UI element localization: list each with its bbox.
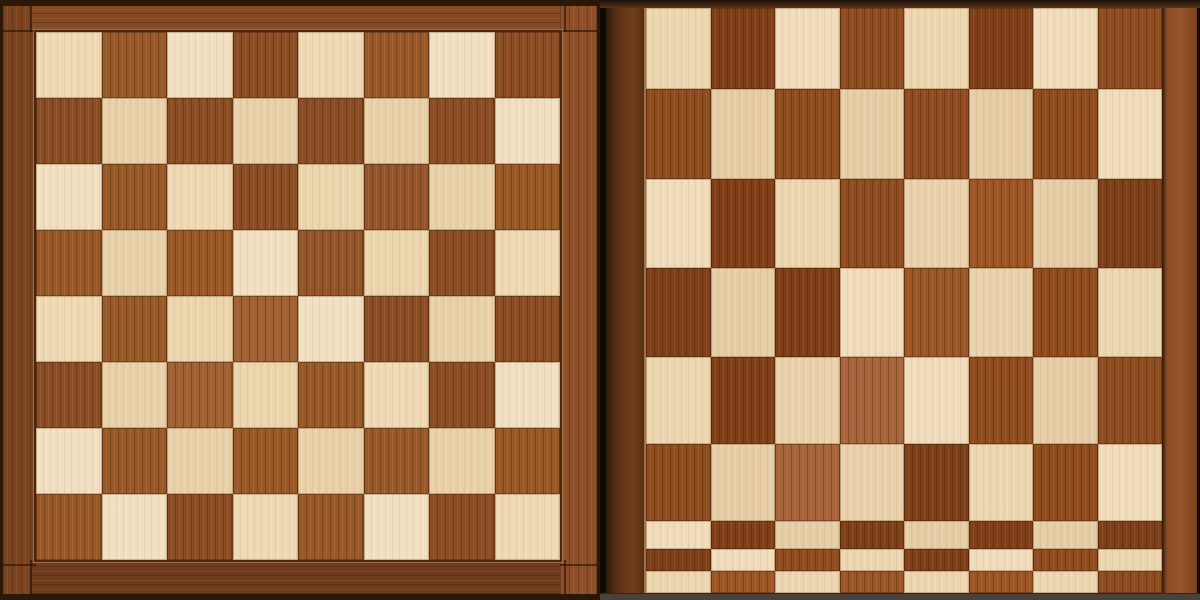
square [775,89,840,179]
frame-groove [564,6,566,32]
square [1098,268,1163,357]
square [233,230,299,296]
square [167,164,233,230]
square [1098,571,1163,593]
square [1033,571,1098,593]
square [969,8,1034,89]
square [775,444,840,521]
square [646,571,711,593]
square [364,230,430,296]
square [840,444,905,521]
square [969,179,1034,268]
square [1098,357,1163,444]
square [646,444,711,521]
square [102,98,168,164]
square [364,296,430,362]
square [646,89,711,179]
square [775,521,840,549]
square [298,296,364,362]
square [904,521,969,549]
square [167,362,233,428]
left-board-photo [0,0,600,600]
square [646,179,711,268]
square [775,549,840,571]
square [711,444,776,521]
square [646,549,711,571]
square [1098,8,1163,89]
square [840,549,905,571]
square [1033,8,1098,89]
right-board-left-rail [606,0,646,600]
square [840,521,905,549]
square [102,230,168,296]
square [298,362,364,428]
square [1098,89,1163,179]
square [840,268,905,357]
square [429,296,495,362]
square [298,494,364,560]
square [364,98,430,164]
square [233,494,299,560]
square [298,98,364,164]
square [429,362,495,428]
square [233,362,299,428]
square [495,296,561,362]
square [1098,179,1163,268]
square [102,494,168,560]
square [969,444,1034,521]
square [102,164,168,230]
square [711,179,776,268]
square [429,494,495,560]
left-chessboard [34,30,562,562]
square [364,494,430,560]
square [167,494,233,560]
square [364,164,430,230]
square [36,164,102,230]
square [36,428,102,494]
square [233,32,299,98]
square [969,268,1034,357]
square [102,362,168,428]
chessboard-photos [0,0,1200,600]
square [429,230,495,296]
frame-groove [560,30,597,32]
square [233,296,299,362]
square [364,428,430,494]
square [775,8,840,89]
square [1033,89,1098,179]
square [429,98,495,164]
frame-groove [3,564,36,566]
square [298,32,364,98]
square [495,494,561,560]
square [495,230,561,296]
right-board-top-rail [600,0,1200,8]
square [364,32,430,98]
square [1033,357,1098,444]
frame-groove [560,564,597,566]
square [495,164,561,230]
square [364,362,430,428]
square [429,164,495,230]
square [904,89,969,179]
square [711,8,776,89]
square [840,179,905,268]
square [298,230,364,296]
square [233,98,299,164]
square [167,32,233,98]
square [775,179,840,268]
square [36,98,102,164]
square [711,521,776,549]
square [233,428,299,494]
square [904,357,969,444]
square [36,494,102,560]
square [1033,521,1098,549]
square [775,268,840,357]
square [904,268,969,357]
square [904,8,969,89]
frame-groove [30,6,32,32]
square [904,571,969,593]
square [775,571,840,593]
square [1033,549,1098,571]
square [102,32,168,98]
square [1098,521,1163,549]
square [167,428,233,494]
square [775,357,840,444]
square [840,571,905,593]
right-board-photo [600,0,1200,600]
square [167,230,233,296]
right-chessboard [646,8,1162,593]
square [495,362,561,428]
square [495,428,561,494]
square [646,268,711,357]
square [646,357,711,444]
right-board-bottom-edge [600,593,1200,600]
square [1033,179,1098,268]
square [969,89,1034,179]
square [969,521,1034,549]
square [495,32,561,98]
square [36,362,102,428]
square [711,549,776,571]
square [711,571,776,593]
square [969,357,1034,444]
square [840,89,905,179]
square [1098,444,1163,521]
square [36,32,102,98]
square [36,296,102,362]
square [904,444,969,521]
square [904,179,969,268]
left-board-bottom-rail [31,560,565,594]
square [646,8,711,89]
square [840,357,905,444]
square [298,164,364,230]
square [840,8,905,89]
square [495,98,561,164]
left-board-right-rail [560,6,597,594]
square [102,428,168,494]
square [711,357,776,444]
square [298,428,364,494]
square [711,89,776,179]
right-board-right-rail [1162,0,1197,600]
square [167,296,233,362]
square [1033,268,1098,357]
square [233,164,299,230]
square [711,268,776,357]
square [429,32,495,98]
left-board-top-rail [31,6,565,32]
square [167,98,233,164]
square [36,230,102,296]
square [429,428,495,494]
square [969,571,1034,593]
square [102,296,168,362]
square [904,549,969,571]
square [969,549,1034,571]
square [1098,549,1163,571]
square [646,521,711,549]
square [1033,444,1098,521]
frame-groove [3,30,36,32]
